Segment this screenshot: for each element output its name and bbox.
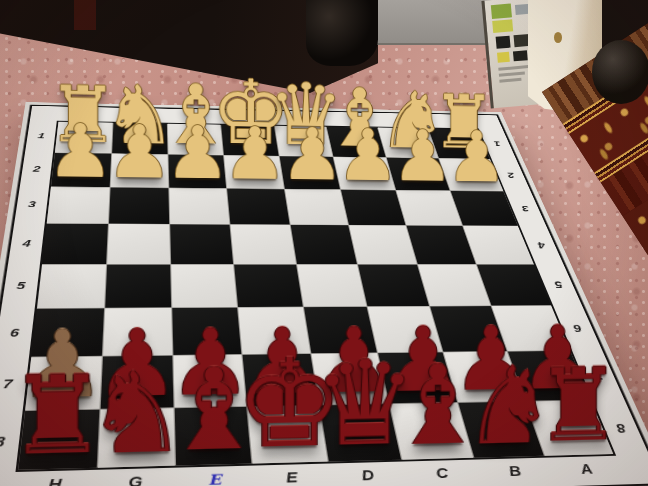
square-f3[interactable] xyxy=(170,188,230,224)
square-a2[interactable]: ♟ xyxy=(439,159,503,191)
square-d3[interactable] xyxy=(285,189,348,225)
file-label-E: E xyxy=(175,468,255,486)
square-g8[interactable]: ♞ xyxy=(98,408,175,468)
square-c3[interactable] xyxy=(341,190,406,225)
square-e5[interactable] xyxy=(235,264,303,306)
square-d4[interactable] xyxy=(290,225,356,263)
file-label-G: G xyxy=(95,470,176,486)
file-label-D: D xyxy=(328,463,408,486)
square-a3[interactable] xyxy=(451,191,518,226)
card-text-line xyxy=(499,78,521,83)
file-label-B: B xyxy=(475,460,555,486)
dark-red-frame-strip xyxy=(74,0,96,30)
square-c4[interactable] xyxy=(349,226,417,264)
square-h3[interactable] xyxy=(47,187,110,224)
card-thumbnail xyxy=(513,50,528,61)
rank-label-4: 4 xyxy=(10,223,43,264)
piece-red-knight-g8[interactable]: ♞ xyxy=(60,358,212,467)
wall-patch xyxy=(368,0,492,45)
square-g4[interactable] xyxy=(107,224,170,263)
square-b8[interactable]: ♞ xyxy=(458,402,544,458)
photo-scene: ♜♞♝♚♛♝♞♜♟♟♟♟♟♟♟♟♟♟♟♟♟♟♟♟♜♞♝♚♛♝♞♜ HGEEDCB… xyxy=(0,0,648,486)
candle-drip-spot xyxy=(554,32,562,43)
square-b5[interactable] xyxy=(418,264,491,305)
piece-red-knight-b8[interactable]: ♞ xyxy=(439,354,577,458)
dark-round-object xyxy=(592,40,648,104)
square-f5[interactable] xyxy=(171,264,237,307)
square-f4[interactable] xyxy=(170,225,233,264)
square-h4[interactable] xyxy=(42,224,108,264)
black-bottle xyxy=(306,0,378,66)
card-thumbnail xyxy=(491,3,512,19)
rank-label-3: 3 xyxy=(16,186,47,223)
card-text-line xyxy=(498,65,528,71)
file-label-H: H xyxy=(12,472,96,486)
square-g5[interactable] xyxy=(105,264,171,307)
square-c5[interactable] xyxy=(358,264,429,306)
file-label-A: A xyxy=(547,458,627,485)
card-thumbnail xyxy=(492,19,513,33)
chess-board: ♜♞♝♚♛♝♞♜♟♟♟♟♟♟♟♟♟♟♟♟♟♟♟♟♜♞♝♚♛♝♞♜ HGEEDCB… xyxy=(0,106,648,486)
card-thumbnail xyxy=(514,34,531,47)
rank-label-5: 5 xyxy=(3,264,37,309)
card-thumbnail xyxy=(496,36,511,49)
piece-white-pawn-h2[interactable]: ♟ xyxy=(22,115,138,187)
card-text-line xyxy=(499,71,525,76)
file-label-C: C xyxy=(403,461,483,486)
square-g3[interactable] xyxy=(109,188,169,224)
square-e4[interactable] xyxy=(231,225,296,264)
square-e3[interactable] xyxy=(227,189,289,225)
card-thumbnail xyxy=(497,52,510,63)
square-d5[interactable] xyxy=(297,264,366,306)
square-h5[interactable] xyxy=(37,264,106,307)
file-label-E: E xyxy=(252,465,332,486)
board-grid: ♜♞♝♚♛♝♞♜♟♟♟♟♟♟♟♟♟♟♟♟♟♟♟♟♜♞♝♚♛♝♞♜ xyxy=(15,121,616,472)
